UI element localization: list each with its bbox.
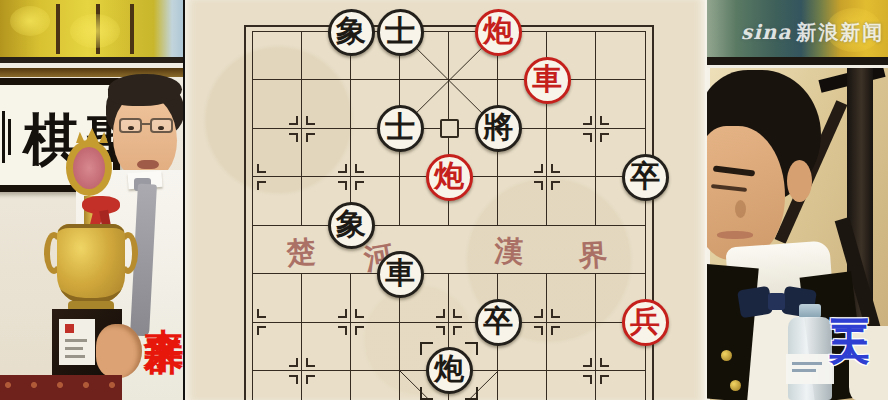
gold-button bbox=[730, 380, 741, 391]
piece-glyph: 炮 bbox=[483, 11, 513, 52]
nose-shadow bbox=[735, 200, 746, 218]
piece-bk[interactable]: 將 bbox=[475, 105, 522, 152]
piece-bc[interactable]: 炮 bbox=[426, 347, 473, 394]
banner-divider bbox=[707, 57, 888, 65]
glasses-lens bbox=[119, 118, 142, 133]
label-text-line bbox=[65, 347, 83, 350]
bracket-corner bbox=[465, 387, 478, 400]
piece-glyph: 炮 bbox=[434, 349, 464, 390]
piece-glyph: 士 bbox=[385, 11, 415, 52]
piece-glyph: 車 bbox=[385, 253, 415, 294]
gold-button bbox=[721, 350, 732, 361]
trophy-cup bbox=[57, 224, 125, 304]
ear bbox=[787, 160, 812, 202]
glasses-bridge bbox=[142, 123, 150, 125]
bracket-corner bbox=[420, 387, 433, 400]
piece-glyph: 士 bbox=[385, 107, 415, 148]
right-player-panel: sina 新浪新闻 bbox=[705, 0, 888, 400]
piece-rc[interactable]: 炮 bbox=[475, 9, 522, 56]
bracket-corner bbox=[465, 342, 478, 355]
mountain-banner: sina 新浪新闻 bbox=[707, 0, 888, 57]
foliage bbox=[70, 14, 120, 48]
piece-be[interactable]: 象 bbox=[328, 9, 375, 56]
tree-trunk bbox=[130, 4, 134, 54]
label-seal bbox=[65, 324, 74, 333]
label-text-line bbox=[792, 369, 816, 372]
glasses-lens bbox=[150, 118, 173, 133]
piece-glyph: 卒 bbox=[483, 301, 513, 342]
sina-logo: sina bbox=[741, 20, 791, 44]
water-bottle bbox=[783, 304, 837, 400]
eye bbox=[128, 126, 134, 130]
trophy-medallion bbox=[66, 140, 112, 196]
left-player-photo: 棋 聖 bbox=[0, 68, 183, 400]
pieces-layer: 象士炮車士將炮卒象車卒兵炮 bbox=[185, 0, 705, 400]
piece-glyph: 車 bbox=[532, 59, 562, 100]
plaque-partial-stroke bbox=[2, 111, 5, 163]
label-text-line bbox=[792, 362, 822, 365]
tree-trunk bbox=[56, 4, 60, 54]
holding-hand bbox=[96, 324, 142, 378]
eye bbox=[158, 126, 164, 130]
piece-br[interactable]: 車 bbox=[377, 251, 424, 298]
right-player-photo: 王天一 bbox=[707, 68, 888, 400]
bracket-corner bbox=[420, 342, 433, 355]
piece-glyph: 象 bbox=[336, 204, 366, 245]
piece-glyph: 象 bbox=[336, 11, 366, 52]
piece-rc[interactable]: 炮 bbox=[426, 154, 473, 201]
piece-glyph: 兵 bbox=[630, 301, 660, 342]
bottle-label bbox=[786, 354, 834, 384]
sina-news-text: 新浪新闻 bbox=[796, 19, 884, 46]
piece-rr[interactable]: 車 bbox=[524, 57, 571, 104]
player-name-right: 王天一 bbox=[831, 293, 869, 305]
piece-bp[interactable]: 卒 bbox=[622, 154, 669, 201]
piece-glyph: 炮 bbox=[434, 156, 464, 197]
forest-banner bbox=[0, 0, 183, 57]
shirt-sleeve bbox=[849, 326, 888, 400]
patterned-carpet bbox=[0, 375, 122, 400]
piece-bp[interactable]: 卒 bbox=[475, 299, 522, 346]
left-player-panel: 棋 聖 bbox=[0, 0, 185, 400]
sina-watermark: sina 新浪新闻 bbox=[741, 19, 884, 46]
plaque-partial-stroke bbox=[8, 119, 11, 155]
piece-glyph: 卒 bbox=[630, 156, 660, 197]
piece-rp[interactable]: 兵 bbox=[622, 299, 669, 346]
foliage bbox=[10, 6, 50, 36]
bottle-cap bbox=[799, 304, 821, 318]
glasses bbox=[118, 118, 174, 136]
label-text-line bbox=[65, 339, 87, 342]
label-text-line bbox=[65, 355, 85, 358]
trophy-base-label bbox=[59, 319, 95, 365]
mouth bbox=[137, 160, 159, 169]
lips bbox=[717, 231, 753, 239]
video-frame: 棋 聖 bbox=[0, 0, 888, 400]
piece-ba[interactable]: 士 bbox=[377, 105, 424, 152]
xiangqi-board: 楚 河 漢 界 象士炮車士將炮卒象車卒兵炮 bbox=[185, 0, 705, 400]
piece-be[interactable]: 象 bbox=[328, 202, 375, 249]
player-name-left: 李来群 bbox=[146, 296, 183, 308]
piece-ba[interactable]: 士 bbox=[377, 9, 424, 56]
piece-glyph: 將 bbox=[483, 107, 513, 148]
